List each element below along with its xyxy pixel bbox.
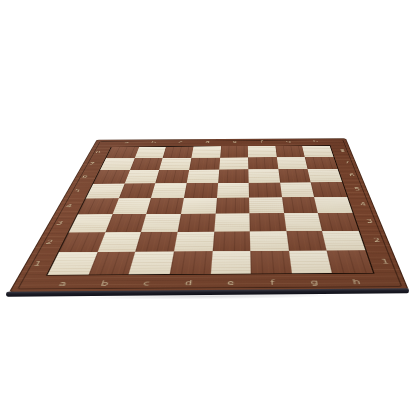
square-f5[interactable]	[249, 183, 282, 198]
square-g7[interactable]	[277, 157, 308, 169]
file-label-f: f	[251, 277, 294, 289]
square-e3[interactable]	[214, 213, 250, 231]
square-f3[interactable]	[250, 213, 287, 231]
square-g5[interactable]	[280, 182, 315, 197]
square-b8[interactable]	[134, 147, 166, 158]
square-h2[interactable]	[322, 231, 365, 251]
square-b2[interactable]	[97, 232, 141, 252]
rank-label-3: 3	[358, 213, 381, 231]
square-d6[interactable]	[187, 170, 219, 183]
square-d1[interactable]	[170, 251, 213, 274]
file-label-c: c	[124, 278, 169, 290]
square-e6[interactable]	[218, 169, 249, 182]
rank-label-4: 4	[353, 197, 375, 213]
square-b1[interactable]	[88, 252, 135, 275]
rank-label-6: 6	[343, 169, 362, 182]
square-c6[interactable]	[155, 170, 189, 183]
square-c1[interactable]	[129, 252, 174, 275]
square-f8[interactable]	[248, 146, 277, 157]
square-g2[interactable]	[286, 231, 327, 251]
file-label-d: d	[166, 278, 210, 290]
file-label-h: h	[334, 277, 379, 289]
file-label-e: e	[209, 277, 252, 289]
square-e5[interactable]	[217, 183, 250, 198]
square-f7[interactable]	[248, 157, 278, 169]
square-d8[interactable]	[191, 146, 220, 157]
square-d2[interactable]	[174, 231, 214, 251]
square-h3[interactable]	[318, 213, 358, 231]
square-c7[interactable]	[159, 158, 191, 170]
square-f1[interactable]	[250, 251, 291, 274]
rank-label-5: 5	[347, 182, 367, 197]
product-photo-canvas: abcdefgh abcdefgh 87654321 87654321	[0, 0, 416, 416]
square-h7[interactable]	[305, 157, 338, 169]
square-c8[interactable]	[163, 147, 194, 158]
board-grid	[46, 145, 375, 275]
square-g4[interactable]	[282, 197, 318, 213]
square-e2[interactable]	[212, 231, 250, 251]
file-label-e: e	[221, 140, 248, 145]
chessboard: abcdefgh abcdefgh 87654321 87654321	[9, 138, 409, 292]
square-b4[interactable]	[112, 198, 151, 214]
square-c3[interactable]	[141, 214, 181, 232]
file-label-h: h	[302, 139, 330, 144]
square-g8[interactable]	[275, 146, 305, 157]
square-f2[interactable]	[250, 231, 289, 251]
rank-label-7: 7	[81, 158, 101, 170]
file-label-d: d	[194, 140, 222, 145]
square-g6[interactable]	[278, 169, 311, 182]
file-label-a: a	[39, 278, 86, 290]
square-c4[interactable]	[147, 198, 184, 214]
square-h5[interactable]	[311, 182, 347, 197]
square-e4[interactable]	[215, 197, 249, 213]
square-h1[interactable]	[327, 251, 373, 274]
square-e8[interactable]	[220, 146, 248, 157]
file-label-b: b	[139, 140, 168, 145]
file-label-b: b	[81, 278, 127, 290]
chessboard-scene: abcdefgh abcdefgh 87654321 87654321	[50, 43, 382, 352]
rank-label-7: 7	[338, 156, 356, 168]
square-e7[interactable]	[219, 157, 249, 169]
square-c5[interactable]	[151, 183, 186, 198]
square-b3[interactable]	[105, 214, 146, 232]
square-h4[interactable]	[314, 197, 352, 213]
file-label-g: g	[275, 139, 303, 144]
file-label-a: a	[112, 140, 141, 145]
square-d5[interactable]	[184, 183, 218, 198]
square-f6[interactable]	[248, 169, 279, 182]
square-d3[interactable]	[178, 214, 216, 232]
file-label-c: c	[166, 140, 194, 145]
square-d7[interactable]	[189, 157, 220, 169]
square-b5[interactable]	[119, 183, 156, 198]
rank-label-8: 8	[88, 147, 107, 158]
square-b6[interactable]	[124, 170, 159, 183]
file-labels-top: abcdefgh	[112, 139, 330, 145]
file-label-f: f	[248, 139, 275, 144]
square-b7[interactable]	[130, 158, 163, 170]
square-g1[interactable]	[289, 251, 333, 274]
square-c2[interactable]	[135, 232, 177, 252]
rank-label-2: 2	[365, 231, 390, 251]
square-h6[interactable]	[308, 169, 342, 182]
square-d4[interactable]	[181, 198, 217, 214]
square-h8[interactable]	[302, 146, 333, 157]
file-label-g: g	[293, 277, 337, 289]
rank-label-8: 8	[334, 145, 351, 156]
square-g3[interactable]	[284, 213, 323, 231]
square-f4[interactable]	[249, 197, 284, 213]
rank-label-1: 1	[372, 251, 399, 274]
square-e1[interactable]	[210, 251, 251, 274]
